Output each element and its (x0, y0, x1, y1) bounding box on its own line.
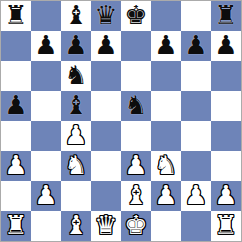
square-e3[interactable]: ♟ (121, 151, 151, 181)
white-bishop[interactable]: ♝ (124, 182, 147, 208)
square-g4[interactable] (181, 121, 211, 151)
square-h6[interactable] (211, 61, 241, 91)
white-queen[interactable]: ♛ (94, 212, 117, 238)
square-f1[interactable] (151, 211, 181, 241)
black-pawn[interactable]: ♟ (214, 32, 237, 58)
square-a2[interactable] (1, 181, 31, 211)
white-pawn[interactable]: ♟ (124, 152, 147, 178)
white-pawn[interactable]: ♟ (34, 182, 57, 208)
square-b4[interactable] (31, 121, 61, 151)
square-e2[interactable]: ♝ (121, 181, 151, 211)
square-c3[interactable]: ♞ (61, 151, 91, 181)
white-pawn[interactable]: ♟ (4, 152, 27, 178)
square-a6[interactable] (1, 61, 31, 91)
square-e8[interactable]: ♚ (121, 1, 151, 31)
square-c4[interactable]: ♟ (61, 121, 91, 151)
square-d6[interactable] (91, 61, 121, 91)
white-pawn[interactable]: ♟ (214, 182, 237, 208)
white-pawn[interactable]: ♟ (154, 182, 177, 208)
square-b3[interactable] (31, 151, 61, 181)
black-pawn[interactable]: ♟ (184, 32, 207, 58)
square-f3[interactable]: ♞ (151, 151, 181, 181)
white-bishop[interactable]: ♝ (64, 212, 87, 238)
square-g5[interactable] (181, 91, 211, 121)
black-king[interactable]: ♚ (124, 2, 147, 28)
square-a7[interactable] (1, 31, 31, 61)
white-rook[interactable]: ♜ (4, 212, 27, 238)
square-g6[interactable] (181, 61, 211, 91)
black-knight[interactable]: ♞ (124, 92, 147, 118)
black-pawn[interactable]: ♟ (94, 32, 117, 58)
white-pawn[interactable]: ♟ (184, 182, 207, 208)
black-pawn[interactable]: ♟ (4, 92, 27, 118)
square-d4[interactable] (91, 121, 121, 151)
square-g8[interactable] (181, 1, 211, 31)
square-b6[interactable] (31, 61, 61, 91)
square-b2[interactable]: ♟ (31, 181, 61, 211)
square-f5[interactable] (151, 91, 181, 121)
square-d1[interactable]: ♛ (91, 211, 121, 241)
square-g7[interactable]: ♟ (181, 31, 211, 61)
square-d3[interactable] (91, 151, 121, 181)
square-a1[interactable]: ♜ (1, 211, 31, 241)
square-d7[interactable]: ♟ (91, 31, 121, 61)
square-d8[interactable]: ♛ (91, 1, 121, 31)
square-c2[interactable] (61, 181, 91, 211)
black-bishop[interactable]: ♝ (64, 2, 87, 28)
square-a8[interactable]: ♜ (1, 1, 31, 31)
square-e6[interactable] (121, 61, 151, 91)
square-a4[interactable] (1, 121, 31, 151)
square-h4[interactable] (211, 121, 241, 151)
square-e4[interactable] (121, 121, 151, 151)
square-e1[interactable]: ♚ (121, 211, 151, 241)
black-pawn[interactable]: ♟ (64, 32, 87, 58)
square-c8[interactable]: ♝ (61, 1, 91, 31)
square-g1[interactable] (181, 211, 211, 241)
white-pawn[interactable]: ♟ (64, 122, 87, 148)
black-pawn[interactable]: ♟ (154, 32, 177, 58)
square-g3[interactable] (181, 151, 211, 181)
black-pawn[interactable]: ♟ (34, 32, 57, 58)
black-rook[interactable]: ♜ (4, 2, 27, 28)
square-d2[interactable] (91, 181, 121, 211)
square-b1[interactable] (31, 211, 61, 241)
square-h8[interactable]: ♜ (211, 1, 241, 31)
square-b8[interactable] (31, 1, 61, 31)
square-f6[interactable] (151, 61, 181, 91)
square-c6[interactable]: ♞ (61, 61, 91, 91)
white-king[interactable]: ♚ (124, 212, 147, 238)
square-h7[interactable]: ♟ (211, 31, 241, 61)
black-knight[interactable]: ♞ (64, 62, 87, 88)
square-c7[interactable]: ♟ (61, 31, 91, 61)
square-c5[interactable]: ♝ (61, 91, 91, 121)
square-h1[interactable]: ♜ (211, 211, 241, 241)
square-c1[interactable]: ♝ (61, 211, 91, 241)
square-e5[interactable]: ♞ (121, 91, 151, 121)
square-d5[interactable] (91, 91, 121, 121)
square-f7[interactable]: ♟ (151, 31, 181, 61)
square-h3[interactable] (211, 151, 241, 181)
chess-board: ♜♝♛♚♜♟♟♟♟♟♟♞♟♝♞♟♟♞♟♞♟♝♟♟♟♜♝♛♚♜ (0, 0, 242, 242)
white-knight[interactable]: ♞ (154, 152, 177, 178)
square-a3[interactable]: ♟ (1, 151, 31, 181)
square-b5[interactable] (31, 91, 61, 121)
square-f4[interactable] (151, 121, 181, 151)
square-h2[interactable]: ♟ (211, 181, 241, 211)
black-queen[interactable]: ♛ (94, 2, 117, 28)
square-a5[interactable]: ♟ (1, 91, 31, 121)
black-rook[interactable]: ♜ (214, 2, 237, 28)
square-h5[interactable] (211, 91, 241, 121)
square-f2[interactable]: ♟ (151, 181, 181, 211)
white-knight[interactable]: ♞ (64, 152, 87, 178)
square-e7[interactable] (121, 31, 151, 61)
black-bishop[interactable]: ♝ (64, 92, 87, 118)
square-f8[interactable] (151, 1, 181, 31)
square-b7[interactable]: ♟ (31, 31, 61, 61)
square-g2[interactable]: ♟ (181, 181, 211, 211)
white-rook[interactable]: ♜ (214, 212, 237, 238)
